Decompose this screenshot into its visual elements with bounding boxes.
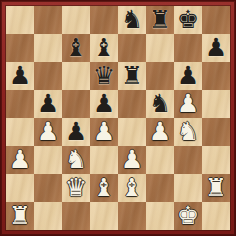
square-c1[interactable] (62, 202, 90, 230)
white-pawn[interactable]: ♟ (34, 118, 62, 146)
square-g7[interactable] (174, 34, 202, 62)
square-c7[interactable]: ♝ (62, 34, 90, 62)
square-f4[interactable]: ♟ (146, 118, 174, 146)
white-knight[interactable]: ♞ (62, 146, 90, 174)
black-pawn[interactable]: ♟ (62, 118, 90, 146)
square-e2[interactable]: ♝ (118, 174, 146, 202)
square-g8[interactable]: ♚ (174, 6, 202, 34)
square-h2[interactable]: ♜ (202, 174, 230, 202)
square-h5[interactable] (202, 90, 230, 118)
square-b4[interactable]: ♟ (34, 118, 62, 146)
black-pawn[interactable]: ♟ (174, 62, 202, 90)
square-c4[interactable]: ♟ (62, 118, 90, 146)
square-h1[interactable] (202, 202, 230, 230)
black-pawn[interactable]: ♟ (6, 62, 34, 90)
white-pawn[interactable]: ♟ (146, 118, 174, 146)
square-a8[interactable] (6, 6, 34, 34)
chess-board: ♞♜♚♝♝♟♟♛♜♟♟♟♞♟♟♟♟♟♞♟♞♟♛♝♝♜♜♚ (6, 6, 230, 230)
square-g4[interactable]: ♞ (174, 118, 202, 146)
square-g2[interactable] (174, 174, 202, 202)
square-h3[interactable] (202, 146, 230, 174)
square-c3[interactable]: ♞ (62, 146, 90, 174)
square-d8[interactable] (90, 6, 118, 34)
black-rook[interactable]: ♜ (146, 6, 174, 34)
black-pawn[interactable]: ♟ (34, 90, 62, 118)
square-h4[interactable] (202, 118, 230, 146)
black-bishop[interactable]: ♝ (62, 34, 90, 62)
square-f5[interactable]: ♞ (146, 90, 174, 118)
square-e7[interactable] (118, 34, 146, 62)
white-pawn[interactable]: ♟ (118, 146, 146, 174)
white-king[interactable]: ♚ (174, 202, 202, 230)
square-f2[interactable] (146, 174, 174, 202)
white-pawn[interactable]: ♟ (6, 146, 34, 174)
square-b2[interactable] (34, 174, 62, 202)
black-knight[interactable]: ♞ (146, 90, 174, 118)
square-a4[interactable] (6, 118, 34, 146)
white-pawn[interactable]: ♟ (90, 118, 118, 146)
square-b6[interactable] (34, 62, 62, 90)
black-rook[interactable]: ♜ (118, 62, 146, 90)
chess-board-frame: ♞♜♚♝♝♟♟♛♜♟♟♟♞♟♟♟♟♟♞♟♞♟♛♝♝♜♜♚ (0, 0, 236, 236)
square-a6[interactable]: ♟ (6, 62, 34, 90)
square-b7[interactable] (34, 34, 62, 62)
square-c6[interactable] (62, 62, 90, 90)
square-f3[interactable] (146, 146, 174, 174)
square-d4[interactable]: ♟ (90, 118, 118, 146)
white-knight[interactable]: ♞ (174, 118, 202, 146)
square-d7[interactable]: ♝ (90, 34, 118, 62)
black-pawn[interactable]: ♟ (202, 34, 230, 62)
square-e4[interactable] (118, 118, 146, 146)
square-e6[interactable]: ♜ (118, 62, 146, 90)
square-e8[interactable]: ♞ (118, 6, 146, 34)
square-d5[interactable]: ♟ (90, 90, 118, 118)
square-e3[interactable]: ♟ (118, 146, 146, 174)
square-c2[interactable]: ♛ (62, 174, 90, 202)
square-b3[interactable] (34, 146, 62, 174)
square-b1[interactable] (34, 202, 62, 230)
square-g1[interactable]: ♚ (174, 202, 202, 230)
square-d3[interactable] (90, 146, 118, 174)
black-queen[interactable]: ♛ (90, 62, 118, 90)
square-a3[interactable]: ♟ (6, 146, 34, 174)
square-f7[interactable] (146, 34, 174, 62)
white-rook[interactable]: ♜ (202, 174, 230, 202)
white-bishop[interactable]: ♝ (118, 174, 146, 202)
square-f8[interactable]: ♜ (146, 6, 174, 34)
square-a1[interactable]: ♜ (6, 202, 34, 230)
white-pawn[interactable]: ♟ (174, 90, 202, 118)
square-e5[interactable] (118, 90, 146, 118)
square-c5[interactable] (62, 90, 90, 118)
black-bishop[interactable]: ♝ (90, 34, 118, 62)
square-d2[interactable]: ♝ (90, 174, 118, 202)
white-queen[interactable]: ♛ (62, 174, 90, 202)
square-a2[interactable] (6, 174, 34, 202)
square-b5[interactable]: ♟ (34, 90, 62, 118)
square-h6[interactable] (202, 62, 230, 90)
square-c8[interactable] (62, 6, 90, 34)
square-g3[interactable] (174, 146, 202, 174)
square-g6[interactable]: ♟ (174, 62, 202, 90)
square-d6[interactable]: ♛ (90, 62, 118, 90)
white-bishop[interactable]: ♝ (90, 174, 118, 202)
white-rook[interactable]: ♜ (6, 202, 34, 230)
square-g5[interactable]: ♟ (174, 90, 202, 118)
square-a7[interactable] (6, 34, 34, 62)
square-h7[interactable]: ♟ (202, 34, 230, 62)
black-king[interactable]: ♚ (174, 6, 202, 34)
square-e1[interactable] (118, 202, 146, 230)
square-d1[interactable] (90, 202, 118, 230)
square-a5[interactable] (6, 90, 34, 118)
square-f6[interactable] (146, 62, 174, 90)
square-h8[interactable] (202, 6, 230, 34)
square-b8[interactable] (34, 6, 62, 34)
square-f1[interactable] (146, 202, 174, 230)
black-pawn[interactable]: ♟ (90, 90, 118, 118)
black-knight[interactable]: ♞ (118, 6, 146, 34)
